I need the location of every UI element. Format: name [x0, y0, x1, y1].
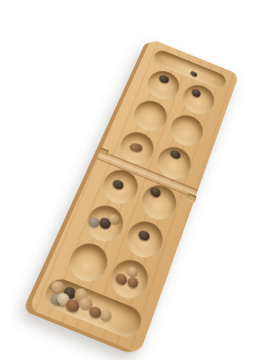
- board-wrapper: [93, 26, 199, 330]
- hinge-notch-right: [186, 193, 197, 203]
- stone-brown: [126, 276, 139, 289]
- stone-tan: [107, 213, 120, 224]
- pit-row2-right[interactable]: [166, 110, 207, 150]
- stone-brown: [129, 143, 142, 152]
- stone-tan: [126, 265, 139, 277]
- stone-dark: [111, 179, 125, 191]
- pit-row2-left[interactable]: [129, 96, 171, 135]
- photo-background: [0, 0, 270, 360]
- pit-row6-left[interactable]: [63, 238, 112, 287]
- stone-dark: [191, 88, 203, 99]
- stone-dark: [158, 74, 170, 84]
- pit-row5-left[interactable]: [81, 200, 128, 246]
- stone-dark: [190, 70, 198, 77]
- stone-dark: [148, 186, 162, 199]
- board-half-bottom: [63, 165, 180, 304]
- stone-tan: [99, 308, 113, 322]
- stone-dark: [137, 229, 151, 242]
- hinge-notch-left: [98, 147, 109, 156]
- mancala-board: [28, 39, 239, 354]
- stone-dark: [169, 149, 182, 160]
- pit-row6-right[interactable]: [105, 254, 153, 303]
- pit-row5-right[interactable]: [121, 216, 167, 263]
